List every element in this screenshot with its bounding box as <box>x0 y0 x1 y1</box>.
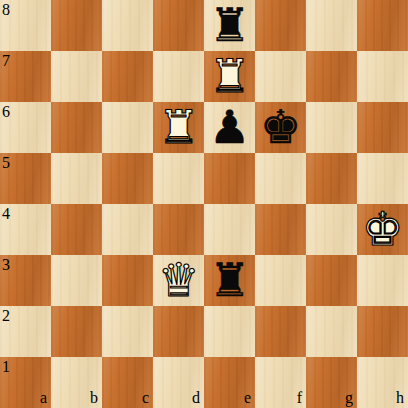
square-h7[interactable] <box>357 51 408 102</box>
square-g5[interactable] <box>306 153 357 204</box>
rank-label-7: 7 <box>2 53 10 69</box>
square-e5[interactable] <box>204 153 255 204</box>
file-label-e: e <box>244 390 251 406</box>
square-a3[interactable]: 3 <box>0 255 51 306</box>
square-e7[interactable]: ♜ <box>204 51 255 102</box>
square-e3[interactable]: ♜ <box>204 255 255 306</box>
file-label-a: a <box>40 390 47 406</box>
square-a4[interactable]: 4 <box>0 204 51 255</box>
black-pawn[interactable]: ♟ <box>204 102 255 153</box>
square-a8[interactable]: 8 <box>0 0 51 51</box>
square-c4[interactable] <box>102 204 153 255</box>
square-c3[interactable] <box>102 255 153 306</box>
file-label-b: b <box>90 390 98 406</box>
square-f8[interactable] <box>255 0 306 51</box>
black-king[interactable]: ♚ <box>255 102 306 153</box>
square-h5[interactable] <box>357 153 408 204</box>
square-f2[interactable] <box>255 306 306 357</box>
black-rook[interactable]: ♜ <box>204 255 255 306</box>
square-b4[interactable] <box>51 204 102 255</box>
square-d4[interactable] <box>153 204 204 255</box>
square-b1[interactable]: b <box>51 357 102 408</box>
square-f1[interactable]: f <box>255 357 306 408</box>
rank-label-1: 1 <box>2 359 10 375</box>
square-g2[interactable] <box>306 306 357 357</box>
square-d2[interactable] <box>153 306 204 357</box>
square-g8[interactable] <box>306 0 357 51</box>
square-c6[interactable] <box>102 102 153 153</box>
square-b7[interactable] <box>51 51 102 102</box>
square-g7[interactable] <box>306 51 357 102</box>
square-f3[interactable] <box>255 255 306 306</box>
square-e2[interactable] <box>204 306 255 357</box>
square-a1[interactable]: 1a <box>0 357 51 408</box>
square-h3[interactable] <box>357 255 408 306</box>
square-g1[interactable]: g <box>306 357 357 408</box>
square-a7[interactable]: 7 <box>0 51 51 102</box>
square-a6[interactable]: 6 <box>0 102 51 153</box>
square-g3[interactable] <box>306 255 357 306</box>
square-d1[interactable]: d <box>153 357 204 408</box>
rank-label-8: 8 <box>2 2 10 18</box>
square-e8[interactable]: ♜ <box>204 0 255 51</box>
square-e6[interactable]: ♟ <box>204 102 255 153</box>
square-h4[interactable]: ♚ <box>357 204 408 255</box>
rank-label-5: 5 <box>2 155 10 171</box>
square-a2[interactable]: 2 <box>0 306 51 357</box>
square-c5[interactable] <box>102 153 153 204</box>
square-f5[interactable] <box>255 153 306 204</box>
square-h8[interactable] <box>357 0 408 51</box>
square-d7[interactable] <box>153 51 204 102</box>
rank-label-2: 2 <box>2 308 10 324</box>
white-king[interactable]: ♚ <box>357 204 408 255</box>
file-label-g: g <box>345 390 353 406</box>
square-f7[interactable] <box>255 51 306 102</box>
rank-label-6: 6 <box>2 104 10 120</box>
square-c2[interactable] <box>102 306 153 357</box>
rank-label-3: 3 <box>2 257 10 273</box>
square-b5[interactable] <box>51 153 102 204</box>
square-a5[interactable]: 5 <box>0 153 51 204</box>
square-e1[interactable]: e <box>204 357 255 408</box>
square-c8[interactable] <box>102 0 153 51</box>
white-queen[interactable]: ♛ <box>153 255 204 306</box>
square-b2[interactable] <box>51 306 102 357</box>
chess-board: 8♜7♜6♜♟♚54♚3♛♜21abcdefgh <box>0 0 408 408</box>
rank-label-4: 4 <box>2 206 10 222</box>
square-h6[interactable] <box>357 102 408 153</box>
file-label-d: d <box>192 390 200 406</box>
square-c1[interactable]: c <box>102 357 153 408</box>
file-label-f: f <box>297 390 302 406</box>
square-b6[interactable] <box>51 102 102 153</box>
square-d6[interactable]: ♜ <box>153 102 204 153</box>
square-h1[interactable]: h <box>357 357 408 408</box>
square-b3[interactable] <box>51 255 102 306</box>
square-c7[interactable] <box>102 51 153 102</box>
square-e4[interactable] <box>204 204 255 255</box>
white-rook[interactable]: ♜ <box>153 102 204 153</box>
file-label-h: h <box>396 390 404 406</box>
black-rook[interactable]: ♜ <box>204 0 255 51</box>
square-d5[interactable] <box>153 153 204 204</box>
square-f4[interactable] <box>255 204 306 255</box>
square-f6[interactable]: ♚ <box>255 102 306 153</box>
white-rook[interactable]: ♜ <box>204 51 255 102</box>
square-d8[interactable] <box>153 0 204 51</box>
square-g6[interactable] <box>306 102 357 153</box>
square-b8[interactable] <box>51 0 102 51</box>
square-g4[interactable] <box>306 204 357 255</box>
square-h2[interactable] <box>357 306 408 357</box>
file-label-c: c <box>142 390 149 406</box>
square-d3[interactable]: ♛ <box>153 255 204 306</box>
